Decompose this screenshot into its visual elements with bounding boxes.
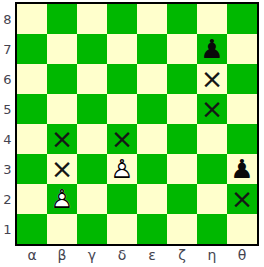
square-δ2[interactable]: [107, 184, 137, 214]
rank-label-6: 6: [0, 64, 15, 94]
square-ζ5[interactable]: [167, 94, 197, 124]
white-pawn-fill: ♟: [107, 154, 137, 184]
square-η4[interactable]: [197, 124, 227, 154]
square-γ3[interactable]: [77, 154, 107, 184]
white-pawn-outline: ♙: [107, 154, 137, 184]
file-label-θ: θ: [227, 246, 257, 264]
square-γ2[interactable]: [77, 184, 107, 214]
square-η7[interactable]: ♟: [197, 34, 227, 64]
square-α8[interactable]: [17, 4, 47, 34]
square-α5[interactable]: [17, 94, 47, 124]
square-γ1[interactable]: [77, 214, 107, 244]
square-ε1[interactable]: [137, 214, 167, 244]
x-mark: ×: [47, 154, 77, 184]
rank-label-8: 8: [0, 4, 15, 34]
square-β7[interactable]: [47, 34, 77, 64]
square-η1[interactable]: [197, 214, 227, 244]
square-θ7[interactable]: [227, 34, 257, 64]
x-mark: ×: [197, 64, 227, 94]
rank-labels: 87654321: [0, 4, 15, 244]
square-δ6[interactable]: [107, 64, 137, 94]
square-γ6[interactable]: [77, 64, 107, 94]
square-δ3[interactable]: ♟♙: [107, 154, 137, 184]
square-α1[interactable]: [17, 214, 47, 244]
x-mark: ×: [227, 184, 257, 214]
square-θ1[interactable]: [227, 214, 257, 244]
square-δ1[interactable]: [107, 214, 137, 244]
square-θ8[interactable]: [227, 4, 257, 34]
square-δ5[interactable]: [107, 94, 137, 124]
file-label-α: α: [17, 246, 47, 264]
white-pawn-fill: ♟: [47, 184, 77, 214]
square-ζ3[interactable]: [167, 154, 197, 184]
white-pawn: ♟♙: [107, 154, 137, 184]
square-α7[interactable]: [17, 34, 47, 64]
square-γ7[interactable]: [77, 34, 107, 64]
square-ζ8[interactable]: [167, 4, 197, 34]
square-β1[interactable]: [47, 214, 77, 244]
square-θ5[interactable]: [227, 94, 257, 124]
rank-label-1: 1: [0, 214, 15, 244]
rank-label-5: 5: [0, 94, 15, 124]
square-β3[interactable]: ×: [47, 154, 77, 184]
square-γ5[interactable]: [77, 94, 107, 124]
square-ε3[interactable]: [137, 154, 167, 184]
square-ε5[interactable]: [137, 94, 167, 124]
square-ε4[interactable]: [137, 124, 167, 154]
square-θ6[interactable]: [227, 64, 257, 94]
file-label-ζ: ζ: [167, 246, 197, 264]
black-pawn: ♟: [227, 154, 257, 184]
rank-label-7: 7: [0, 34, 15, 64]
file-label-ε: ε: [137, 246, 167, 264]
rank-label-2: 2: [0, 184, 15, 214]
file-label-β: β: [47, 246, 77, 264]
x-mark: ×: [197, 94, 227, 124]
square-α2[interactable]: [17, 184, 47, 214]
square-ε8[interactable]: [137, 4, 167, 34]
square-ε6[interactable]: [137, 64, 167, 94]
square-α6[interactable]: [17, 64, 47, 94]
square-ε2[interactable]: [137, 184, 167, 214]
file-label-η: η: [197, 246, 227, 264]
square-ζ2[interactable]: [167, 184, 197, 214]
x-mark: ×: [47, 124, 77, 154]
white-pawn: ♟♙: [47, 184, 77, 214]
square-θ3[interactable]: ♟: [227, 154, 257, 184]
square-ζ7[interactable]: [167, 34, 197, 64]
square-η2[interactable]: [197, 184, 227, 214]
square-γ4[interactable]: [77, 124, 107, 154]
square-ε7[interactable]: [137, 34, 167, 64]
square-θ4[interactable]: [227, 124, 257, 154]
white-pawn-outline: ♙: [47, 184, 77, 214]
square-δ8[interactable]: [107, 4, 137, 34]
square-β4[interactable]: ×: [47, 124, 77, 154]
square-ζ1[interactable]: [167, 214, 197, 244]
square-β8[interactable]: [47, 4, 77, 34]
square-δ4[interactable]: ×: [107, 124, 137, 154]
square-β6[interactable]: [47, 64, 77, 94]
rank-label-3: 3: [0, 154, 15, 184]
rank-label-4: 4: [0, 124, 15, 154]
file-label-γ: γ: [77, 246, 107, 264]
chess-board: ♟×××××♟♙♟♟♙×: [15, 2, 259, 246]
square-δ7[interactable]: [107, 34, 137, 64]
square-β2[interactable]: ♟♙: [47, 184, 77, 214]
square-ζ6[interactable]: [167, 64, 197, 94]
file-labels: αβγδεζηθ: [17, 246, 257, 264]
square-θ2[interactable]: ×: [227, 184, 257, 214]
square-η5[interactable]: ×: [197, 94, 227, 124]
black-pawn: ♟: [197, 34, 227, 64]
chess-diagram: 87654321 ♟×××××♟♙♟♟♙× αβγδεζηθ: [0, 0, 264, 267]
square-η3[interactable]: [197, 154, 227, 184]
square-η8[interactable]: [197, 4, 227, 34]
square-η6[interactable]: ×: [197, 64, 227, 94]
file-label-δ: δ: [107, 246, 137, 264]
square-β5[interactable]: [47, 94, 77, 124]
square-ζ4[interactable]: [167, 124, 197, 154]
square-α4[interactable]: [17, 124, 47, 154]
square-γ8[interactable]: [77, 4, 107, 34]
square-α3[interactable]: [17, 154, 47, 184]
x-mark: ×: [107, 124, 137, 154]
